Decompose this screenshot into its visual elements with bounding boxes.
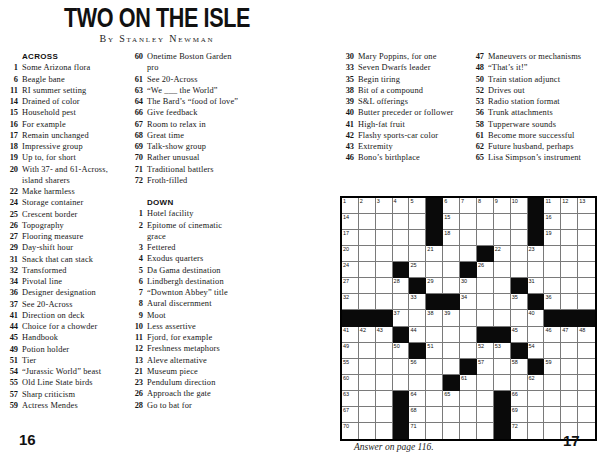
clue-number: 8 [131,298,147,309]
grid-cell[interactable]: 7 [460,198,477,214]
grid-cell[interactable]: 35 [511,294,528,310]
clue-number: 14 [6,96,22,107]
cell-number: 24 [343,262,349,268]
grid-cell[interactable] [511,246,528,262]
cell-number: 34 [461,294,467,300]
grid-cell[interactable]: 41 [342,327,359,343]
grid-cell[interactable]: 45 [511,327,528,343]
grid-cell[interactable]: 47 [561,327,578,343]
grid-cell[interactable] [494,230,511,246]
grid-cell[interactable] [359,246,376,262]
clue-number: 18 [6,141,22,152]
grid-cell[interactable]: 8 [477,198,494,214]
grid-cell[interactable] [376,423,393,439]
clue-item: 69Talk-show group [131,141,289,152]
grid-cell[interactable]: 55 [342,359,359,375]
grid-cell[interactable]: 51 [426,343,443,359]
black-cell [460,359,477,375]
grid-cell[interactable]: 25 [409,262,426,278]
grid-cell[interactable]: 60 [342,375,359,391]
cell-number: 60 [343,375,349,381]
clue-number: 71 [131,164,147,175]
grid-cell[interactable] [460,391,477,407]
cell-number: 63 [343,391,349,397]
grid-cell[interactable]: 59 [544,359,561,375]
grid-cell[interactable] [511,214,528,230]
grid-cell[interactable]: 44 [409,327,426,343]
grid-cell[interactable] [359,230,376,246]
clue-number: 29 [6,242,22,253]
grid-cell[interactable]: 57 [477,359,494,375]
clue-number: 24 [6,197,22,208]
grid-cell[interactable] [528,423,545,439]
clue-text: Crescent border [22,209,128,220]
grid-cell[interactable] [359,375,376,391]
clue-item: 38Bit of a compound [342,85,474,96]
grid-cell[interactable] [477,423,494,439]
grid-cell[interactable] [561,230,578,246]
grid-cell[interactable]: 1 [342,198,359,214]
grid-cell[interactable]: 5 [409,198,426,214]
grid-cell[interactable]: 20 [342,246,359,262]
clue-number: 65 [472,152,488,163]
grid-cell[interactable] [359,343,376,359]
grid-cell[interactable] [460,230,477,246]
grid-cell[interactable]: 52 [477,343,494,359]
clue-item: 23Pendulum direction [131,377,289,388]
grid-cell[interactable]: 17 [342,230,359,246]
grid-cell[interactable] [578,230,595,246]
clue-text: Aleve alternative [147,355,289,366]
across-clue-list-2: 60Onetime Boston Garden pro61See 20-Acro… [131,51,289,186]
grid-cell[interactable] [477,310,494,326]
grid-cell[interactable] [578,407,595,423]
clue-item: 41Direction on deck [6,310,128,321]
clue-item: 68Great time [131,130,289,141]
black-cell [409,278,426,294]
black-cell [528,230,545,246]
grid-cell[interactable] [443,278,460,294]
cell-number: 14 [343,214,349,220]
grid-cell[interactable] [376,343,393,359]
clue-number: 45 [6,332,22,343]
clue-item: 45Handbook [6,332,128,343]
grid-cell[interactable] [409,230,426,246]
grid-cell[interactable] [426,359,443,375]
cell-number: 71 [410,423,416,429]
grid-cell[interactable] [443,423,460,439]
clue-number: 21 [131,366,147,377]
clue-text: Exodus quarters [147,253,289,264]
grid-cell[interactable] [494,375,511,391]
grid-cell[interactable]: 6 [443,198,460,214]
grid-cell[interactable] [578,423,595,439]
grid-cell[interactable] [359,294,376,310]
grid-cell[interactable]: 58 [511,359,528,375]
grid-cell[interactable] [578,391,595,407]
grid-cell[interactable] [477,391,494,407]
clue-text: “Jurassic World” beast [22,366,128,377]
grid-cell[interactable] [477,407,494,423]
black-cell [494,407,511,423]
grid-cell[interactable] [494,214,511,230]
clue-number: 56 [472,107,488,118]
clue-item: 70Rather unusual [131,152,289,163]
cell-number: 68 [410,407,416,413]
grid-cell[interactable]: 46 [544,327,561,343]
grid-cell[interactable]: 30 [460,278,477,294]
clue-text: For example [22,119,128,130]
grid-cell[interactable] [409,310,426,326]
grid-cell[interactable] [460,343,477,359]
clue-item: 5Da Gama destination [131,265,289,276]
grid-cell[interactable] [359,391,376,407]
grid-cell[interactable] [578,375,595,391]
grid-cell[interactable] [443,359,460,375]
grid-cell[interactable] [511,262,528,278]
grid-cell[interactable] [443,327,460,343]
cell-number: 32 [343,294,349,300]
clue-text: Drives out [488,85,600,96]
grid-cell[interactable]: 9 [494,198,511,214]
grid-cell[interactable]: 54 [528,343,545,359]
cell-number: 20 [343,246,349,252]
clue-item: 64The Bard’s “food of love” [131,96,289,107]
grid-cell[interactable] [477,294,494,310]
grid-cell[interactable] [494,294,511,310]
cell-number: 7 [461,198,464,204]
grid-cell[interactable] [376,407,393,423]
cell-number: 8 [478,198,481,204]
grid-cell[interactable]: 23 [528,246,545,262]
grid-cell[interactable]: 38 [426,310,443,326]
grid-cell[interactable] [393,359,410,375]
page-number-left: 16 [19,431,36,448]
grid-cell[interactable] [409,375,426,391]
black-cell [393,327,410,343]
grid-cell[interactable] [544,391,561,407]
grid-cell[interactable]: 32 [342,294,359,310]
grid-cell[interactable]: 40 [528,310,545,326]
grid-cell[interactable]: 4 [393,198,410,214]
clue-text: Train station adjunct [488,74,600,85]
grid-cell[interactable]: 22 [494,246,511,262]
clue-text: Give feedback [147,107,289,118]
grid-cell[interactable] [544,423,561,439]
grid-cell[interactable]: 29 [426,278,443,294]
clue-item: 54“Jurassic World” beast [6,366,128,377]
grid-cell[interactable] [544,278,561,294]
clue-text: Topography [22,220,128,231]
clue-text: Museum piece [147,366,289,377]
cell-number: 1 [343,198,346,204]
grid-cell[interactable] [409,214,426,230]
grid-cell[interactable] [426,375,443,391]
grid-cell[interactable] [359,359,376,375]
grid-cell[interactable] [426,262,443,278]
clue-text: RI summer setting [22,85,128,96]
puzzle-title: TWO ON THE ISLE [31,3,282,34]
cell-number: 33 [410,294,416,300]
clue-number: 59 [6,400,22,411]
grid-cell[interactable]: 67 [342,407,359,423]
clue-item: 29Day-shift hour [6,242,128,253]
grid-cell[interactable]: 31 [528,278,545,294]
grid-cell[interactable]: 70 [342,423,359,439]
grid-cell[interactable] [528,262,545,278]
grid-cell[interactable]: 26 [477,262,494,278]
grid-cell[interactable] [376,262,393,278]
grid-cell[interactable]: 53 [494,343,511,359]
grid-cell[interactable] [561,391,578,407]
grid-cell[interactable] [544,343,561,359]
grid-cell[interactable] [460,310,477,326]
grid-cell[interactable] [511,375,528,391]
grid-cell[interactable] [477,278,494,294]
clue-item: 63“We ___ the World” [131,85,289,96]
black-cell [393,423,410,439]
clue-item: 1Hotel facility [131,208,289,219]
grid-cell[interactable]: 28 [393,278,410,294]
clue-text: Tier [22,355,128,366]
grid-cell[interactable] [426,423,443,439]
cell-number: 22 [495,246,501,252]
cell-number: 30 [461,278,467,284]
grid-cell[interactable] [460,246,477,262]
grid-cell[interactable] [511,230,528,246]
grid-cell[interactable]: 48 [578,327,595,343]
grid-cell[interactable]: 71 [409,423,426,439]
clue-number: 11 [131,332,147,343]
grid-cell[interactable]: 13 [578,198,595,214]
grid-cell[interactable] [460,214,477,230]
grid-cell[interactable]: 36 [544,294,561,310]
clue-item: 22Make harmless [6,186,128,197]
grid-cell[interactable]: 72 [511,423,528,439]
grid-cell[interactable] [578,278,595,294]
clue-text: Snack that can stack [22,254,128,265]
clue-number: 70 [131,152,147,163]
grid-cell[interactable] [477,230,494,246]
grid-cell[interactable]: 14 [342,214,359,230]
crossword-grid: 1234567891011121314151617181920212223242… [340,196,597,441]
grid-cell[interactable] [443,343,460,359]
grid-cell[interactable]: 33 [409,294,426,310]
grid-cell[interactable] [393,294,410,310]
grid-cell[interactable] [376,230,393,246]
grid-cell[interactable] [578,246,595,262]
clue-text: Flooring measure [22,231,128,242]
grid-cell[interactable]: 21 [426,246,443,262]
grid-cell[interactable]: 15 [443,214,460,230]
clue-number: 64 [131,96,147,107]
clue-item: 2Epitome of cinematic grace [131,220,289,243]
grid-cell[interactable] [561,246,578,262]
grid-cell[interactable]: 56 [409,359,426,375]
grid-cell[interactable] [528,391,545,407]
grid-cell[interactable] [393,246,410,262]
grid-cell[interactable] [561,343,578,359]
grid-cell[interactable] [578,343,595,359]
clue-text: Da Gama destination [147,265,289,276]
grid-cell[interactable] [578,359,595,375]
grid-cell[interactable] [561,262,578,278]
clue-text: Pivotal line [22,276,128,287]
grid-cell[interactable] [561,278,578,294]
clue-number: 37 [6,299,22,310]
cell-number: 66 [512,391,518,397]
grid-cell[interactable] [544,375,561,391]
grid-cell[interactable] [376,294,393,310]
grid-cell[interactable]: 39 [443,310,460,326]
grid-cell[interactable] [359,214,376,230]
grid-cell[interactable] [544,246,561,262]
grid-cell[interactable]: 16 [544,214,561,230]
black-cell [544,310,561,326]
black-cell [460,262,477,278]
grid-cell[interactable] [376,375,393,391]
cell-number: 36 [545,294,551,300]
grid-cell[interactable] [393,375,410,391]
grid-cell[interactable]: 3 [376,198,393,214]
grid-cell[interactable]: 61 [460,375,477,391]
grid-cell[interactable]: 63 [342,391,359,407]
clue-text: Sharp criticism [22,389,128,400]
cell-number: 58 [512,359,518,365]
grid-cell[interactable] [511,310,528,326]
grid-cell[interactable]: 65 [443,391,460,407]
grid-cell[interactable] [443,262,460,278]
cell-number: 5 [410,198,413,204]
clue-number: 19 [6,152,22,163]
grid-cell[interactable] [528,407,545,423]
clue-text: Tupperware sounds [488,119,600,130]
grid-cell[interactable] [477,214,494,230]
grid-cell[interactable] [578,262,595,278]
grid-cell[interactable] [561,294,578,310]
grid-cell[interactable] [393,214,410,230]
clue-number: 53 [472,96,488,107]
clue-item: 61See 20-Across [131,74,289,85]
grid-cell[interactable] [561,375,578,391]
grid-cell[interactable] [409,246,426,262]
cell-number: 48 [579,327,585,333]
clue-text: Maneuvers or mechanisms [488,51,600,62]
grid-cell[interactable]: 66 [511,391,528,407]
clue-text: Bit of a compound [358,85,474,96]
clue-item: 1Some Arizona flora [6,62,128,73]
grid-cell[interactable]: 2 [359,198,376,214]
grid-cell[interactable] [494,262,511,278]
grid-cell[interactable] [359,278,376,294]
grid-cell[interactable]: 68 [409,407,426,423]
grid-cell[interactable] [443,246,460,262]
clue-number: 50 [472,74,488,85]
grid-cell[interactable]: 64 [409,391,426,407]
grid-cell[interactable]: 10 [511,198,528,214]
grid-cell[interactable] [578,214,595,230]
grid-cell[interactable] [460,407,477,423]
cell-number: 18 [444,230,450,236]
clue-text: Onetime Boston Garden pro [147,51,289,74]
clue-text: S&L offerings [358,96,474,107]
grid-cell[interactable]: 11 [544,198,561,214]
clue-number: 62 [472,141,488,152]
grid-cell[interactable]: 19 [544,230,561,246]
grid-cell[interactable] [528,327,545,343]
clue-item: 62Future husband, perhaps [472,141,600,152]
grid-cell[interactable] [477,375,494,391]
grid-cell[interactable]: 43 [376,327,393,343]
cell-number: 29 [427,278,433,284]
grid-cell[interactable] [460,327,477,343]
grid-cell[interactable] [494,359,511,375]
grid-cell[interactable] [426,391,443,407]
grid-cell[interactable]: 42 [359,327,376,343]
grid-cell[interactable] [561,359,578,375]
grid-cell[interactable] [443,407,460,423]
cell-number: 59 [545,359,551,365]
grid-cell[interactable] [359,262,376,278]
grid-cell[interactable] [359,423,376,439]
grid-cell[interactable] [494,310,511,326]
grid-cell[interactable] [544,262,561,278]
grid-cell[interactable] [359,407,376,423]
grid-cell[interactable] [561,407,578,423]
cell-number: 41 [343,327,349,333]
clue-item: 61Become more successful [472,130,600,141]
grid-cell[interactable] [460,423,477,439]
clue-number: 13 [131,355,147,366]
grid-cell[interactable]: 27 [342,278,359,294]
cell-number: 37 [394,310,400,316]
clue-number: 7 [131,287,147,298]
grid-cell[interactable]: 24 [342,262,359,278]
grid-cell[interactable]: 18 [443,230,460,246]
grid-cell[interactable] [376,359,393,375]
grid-cell[interactable]: 37 [393,310,410,326]
black-cell [578,310,595,326]
grid-cell[interactable]: 12 [561,198,578,214]
cell-number: 47 [562,327,568,333]
grid-cell[interactable] [544,407,561,423]
grid-cell[interactable]: 34 [460,294,477,310]
grid-cell[interactable] [376,214,393,230]
grid-cell[interactable] [426,327,443,343]
grid-cell[interactable] [393,230,410,246]
clue-item: 36Designer designation [6,287,128,298]
grid-cell[interactable]: 50 [393,343,410,359]
clue-text: Fettered [147,242,289,253]
grid-cell[interactable] [426,407,443,423]
grid-cell[interactable]: 49 [342,343,359,359]
clue-number: 57 [6,389,22,400]
grid-cell[interactable] [376,246,393,262]
grid-cell[interactable] [494,278,511,294]
grid-cell[interactable] [376,278,393,294]
clue-text: Transformed [22,265,128,276]
clue-column-down-2: 30Mary Poppins, for one33Seven Dwarfs le… [342,51,474,164]
black-cell [393,407,410,423]
grid-cell[interactable] [578,294,595,310]
grid-cell[interactable]: 62 [528,375,545,391]
clue-number: 52 [472,85,488,96]
grid-cell[interactable] [376,391,393,407]
cell-number: 70 [343,423,349,429]
clue-item: 53Radio station format [472,96,600,107]
grid-cell[interactable] [561,214,578,230]
grid-cell[interactable]: 69 [511,407,528,423]
